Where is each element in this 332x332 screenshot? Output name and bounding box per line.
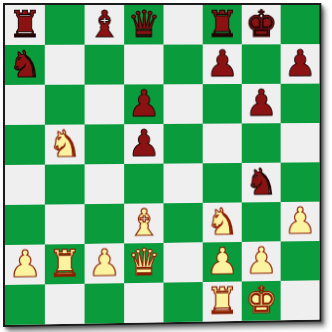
square-c1[interactable] bbox=[85, 283, 125, 323]
square-h6[interactable] bbox=[281, 84, 320, 124]
square-h3[interactable]: ♟ bbox=[281, 202, 320, 242]
black-pawn-f7: ♟ bbox=[206, 44, 238, 84]
square-g7[interactable] bbox=[242, 44, 281, 84]
square-c7[interactable] bbox=[85, 45, 125, 85]
diagram-page: ♜♝♛♜♚♞♟♟♟♟♞♟♞♝♞♟♟♜♟♛♟♟♜♚ bbox=[0, 0, 332, 332]
square-e8[interactable] bbox=[163, 5, 202, 45]
square-b1[interactable] bbox=[45, 284, 85, 325]
square-f6[interactable] bbox=[203, 84, 242, 124]
square-a8[interactable]: ♜ bbox=[5, 5, 45, 45]
square-e7[interactable] bbox=[163, 45, 202, 85]
square-g4[interactable]: ♞ bbox=[242, 163, 281, 203]
white-king-g1: ♚ bbox=[245, 281, 277, 321]
square-h5[interactable] bbox=[281, 123, 320, 163]
square-h7[interactable]: ♟ bbox=[281, 44, 320, 83]
square-e5[interactable] bbox=[163, 124, 202, 164]
square-c2[interactable]: ♟ bbox=[85, 243, 125, 283]
square-d1[interactable] bbox=[124, 283, 163, 323]
black-pawn-g6: ♟ bbox=[245, 84, 277, 124]
square-g1[interactable]: ♚ bbox=[242, 281, 281, 321]
square-d2[interactable]: ♛ bbox=[124, 243, 163, 283]
square-c4[interactable] bbox=[85, 164, 125, 204]
white-rook-f1: ♜ bbox=[206, 281, 238, 321]
board-frame: ♜♝♛♜♚♞♟♟♟♟♞♟♞♝♞♟♟♜♟♛♟♟♜♚ bbox=[3, 3, 321, 327]
square-f4[interactable] bbox=[203, 163, 242, 203]
square-a6[interactable] bbox=[5, 85, 45, 125]
white-pawn-h3: ♟ bbox=[284, 202, 316, 242]
square-a2[interactable]: ♟ bbox=[5, 244, 45, 285]
square-c8[interactable]: ♝ bbox=[85, 5, 125, 45]
square-b4[interactable] bbox=[45, 164, 85, 204]
square-e1[interactable] bbox=[163, 282, 202, 322]
square-f3[interactable]: ♞ bbox=[203, 202, 242, 242]
square-g3[interactable] bbox=[242, 202, 281, 242]
square-b3[interactable] bbox=[45, 204, 85, 244]
black-knight-a7: ♞ bbox=[8, 45, 41, 85]
square-e4[interactable] bbox=[163, 163, 202, 203]
square-b6[interactable] bbox=[45, 85, 85, 125]
square-f7[interactable]: ♟ bbox=[203, 44, 242, 84]
square-d5[interactable]: ♟ bbox=[124, 124, 163, 164]
square-e6[interactable] bbox=[163, 84, 202, 124]
black-pawn-d6: ♟ bbox=[127, 84, 160, 124]
white-knight-b5: ♞ bbox=[48, 124, 81, 164]
square-a1[interactable] bbox=[5, 284, 45, 325]
square-g8[interactable]: ♚ bbox=[242, 5, 281, 44]
square-a3[interactable] bbox=[5, 205, 45, 245]
black-rook-f8: ♜ bbox=[206, 5, 238, 45]
black-pawn-h7: ♟ bbox=[284, 44, 316, 83]
white-rook-b2: ♜ bbox=[48, 244, 81, 284]
white-pawn-c2: ♟ bbox=[88, 243, 121, 283]
black-pawn-d5: ♟ bbox=[127, 124, 160, 164]
square-f1[interactable]: ♜ bbox=[203, 281, 242, 321]
white-queen-d2: ♛ bbox=[127, 243, 160, 283]
square-d6[interactable]: ♟ bbox=[124, 84, 163, 124]
square-b2[interactable]: ♜ bbox=[45, 244, 85, 284]
square-c5[interactable] bbox=[85, 124, 125, 164]
square-c3[interactable] bbox=[85, 204, 125, 244]
square-g6[interactable]: ♟ bbox=[242, 84, 281, 124]
square-g5[interactable] bbox=[242, 123, 281, 163]
square-h4[interactable] bbox=[281, 162, 320, 202]
square-f5[interactable] bbox=[203, 123, 242, 163]
white-pawn-f2: ♟ bbox=[206, 242, 238, 282]
white-bishop-d3: ♝ bbox=[127, 203, 160, 243]
square-d8[interactable]: ♛ bbox=[124, 5, 163, 45]
black-queen-d8: ♛ bbox=[127, 5, 160, 45]
square-b8[interactable] bbox=[45, 5, 85, 45]
black-king-g8: ♚ bbox=[245, 5, 277, 44]
square-f8[interactable]: ♜ bbox=[203, 5, 242, 45]
square-d7[interactable] bbox=[124, 45, 163, 85]
square-a5[interactable] bbox=[5, 125, 45, 165]
square-d4[interactable] bbox=[124, 164, 163, 204]
square-a4[interactable] bbox=[5, 165, 45, 205]
square-b7[interactable] bbox=[45, 45, 85, 85]
square-e3[interactable] bbox=[163, 203, 202, 243]
square-c6[interactable] bbox=[85, 84, 125, 124]
black-rook-a8: ♜ bbox=[8, 5, 41, 45]
chess-board: ♜♝♛♜♚♞♟♟♟♟♞♟♞♝♞♟♟♜♟♛♟♟♜♚ bbox=[5, 5, 319, 325]
white-pawn-a2: ♟ bbox=[8, 245, 41, 285]
square-d3[interactable]: ♝ bbox=[124, 203, 163, 243]
black-knight-g4: ♞ bbox=[245, 163, 277, 203]
square-h2[interactable] bbox=[281, 241, 320, 281]
white-knight-f3: ♞ bbox=[206, 202, 238, 242]
square-a7[interactable]: ♞ bbox=[5, 45, 45, 85]
square-h1[interactable] bbox=[281, 280, 320, 320]
square-g2[interactable]: ♟ bbox=[242, 241, 281, 281]
square-e2[interactable] bbox=[163, 242, 202, 282]
square-f2[interactable]: ♟ bbox=[203, 242, 242, 282]
square-h8[interactable] bbox=[281, 5, 320, 44]
white-pawn-g2: ♟ bbox=[245, 241, 277, 281]
black-bishop-c8: ♝ bbox=[88, 5, 121, 45]
square-b5[interactable]: ♞ bbox=[45, 124, 85, 164]
